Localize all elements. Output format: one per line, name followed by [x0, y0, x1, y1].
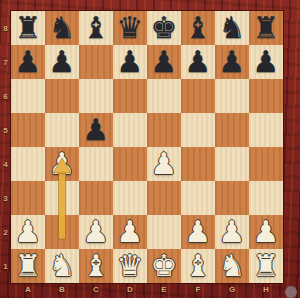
- piece-black-bishop[interactable]: ♝: [79, 11, 113, 45]
- square-b4[interactable]: ♟: [45, 147, 79, 181]
- rank-label-7: 7: [0, 45, 11, 79]
- square-d7[interactable]: ♟: [113, 45, 147, 79]
- piece-white-pawn[interactable]: ♟: [79, 215, 113, 249]
- corner-badge-icon: [285, 286, 297, 298]
- square-g3[interactable]: [215, 181, 249, 215]
- piece-black-pawn[interactable]: ♟: [249, 45, 283, 79]
- piece-white-pawn[interactable]: ♟: [45, 147, 79, 181]
- square-h3[interactable]: [249, 181, 283, 215]
- piece-white-pawn[interactable]: ♟: [113, 215, 147, 249]
- file-label-c: C: [79, 282, 113, 296]
- square-d4[interactable]: [113, 147, 147, 181]
- square-a4[interactable]: [11, 147, 45, 181]
- square-e1[interactable]: ♚: [147, 249, 181, 283]
- square-c1[interactable]: ♝: [79, 249, 113, 283]
- square-c6[interactable]: [79, 79, 113, 113]
- piece-white-bishop[interactable]: ♝: [181, 249, 215, 283]
- square-h8[interactable]: ♜: [249, 11, 283, 45]
- square-b7[interactable]: ♟: [45, 45, 79, 79]
- piece-black-king[interactable]: ♚: [147, 11, 181, 45]
- square-d3[interactable]: [113, 181, 147, 215]
- file-label-e: E: [147, 282, 181, 296]
- square-e8[interactable]: ♚: [147, 11, 181, 45]
- square-h7[interactable]: ♟: [249, 45, 283, 79]
- piece-white-bishop[interactable]: ♝: [79, 249, 113, 283]
- square-c4[interactable]: [79, 147, 113, 181]
- file-labels: ABCDEFGH: [11, 282, 283, 296]
- rank-labels: 87654321: [0, 11, 11, 283]
- square-c2[interactable]: ♟: [79, 215, 113, 249]
- piece-black-rook[interactable]: ♜: [11, 11, 45, 45]
- square-a3[interactable]: [11, 181, 45, 215]
- square-d6[interactable]: [113, 79, 147, 113]
- square-c8[interactable]: ♝: [79, 11, 113, 45]
- square-c5[interactable]: ♟: [79, 113, 113, 147]
- rank-label-2: 2: [0, 215, 11, 249]
- piece-black-pawn[interactable]: ♟: [11, 45, 45, 79]
- piece-black-pawn[interactable]: ♟: [113, 45, 147, 79]
- piece-white-knight[interactable]: ♞: [45, 249, 79, 283]
- piece-white-pawn[interactable]: ♟: [147, 147, 181, 181]
- piece-white-knight[interactable]: ♞: [215, 249, 249, 283]
- square-f8[interactable]: ♝: [181, 11, 215, 45]
- square-a7[interactable]: ♟: [11, 45, 45, 79]
- piece-white-queen[interactable]: ♛: [113, 249, 147, 283]
- square-d5[interactable]: [113, 113, 147, 147]
- piece-black-bishop[interactable]: ♝: [181, 11, 215, 45]
- piece-white-rook[interactable]: ♜: [249, 249, 283, 283]
- square-g7[interactable]: ♟: [215, 45, 249, 79]
- square-d2[interactable]: ♟: [113, 215, 147, 249]
- square-f1[interactable]: ♝: [181, 249, 215, 283]
- square-f4[interactable]: [181, 147, 215, 181]
- square-e6[interactable]: [147, 79, 181, 113]
- piece-black-pawn[interactable]: ♟: [79, 113, 113, 147]
- piece-black-knight[interactable]: ♞: [45, 11, 79, 45]
- rank-label-6: 6: [0, 79, 11, 113]
- square-b8[interactable]: ♞: [45, 11, 79, 45]
- square-a5[interactable]: [11, 113, 45, 147]
- square-f7[interactable]: ♟: [181, 45, 215, 79]
- piece-white-king[interactable]: ♚: [147, 249, 181, 283]
- square-g4[interactable]: [215, 147, 249, 181]
- rank-label-8: 8: [0, 11, 11, 45]
- square-f2[interactable]: ♟: [181, 215, 215, 249]
- square-a1[interactable]: ♜: [11, 249, 45, 283]
- square-e7[interactable]: ♟: [147, 45, 181, 79]
- square-b1[interactable]: ♞: [45, 249, 79, 283]
- square-h6[interactable]: [249, 79, 283, 113]
- square-f5[interactable]: [181, 113, 215, 147]
- square-e3[interactable]: [147, 181, 181, 215]
- square-f6[interactable]: [181, 79, 215, 113]
- square-a8[interactable]: ♜: [11, 11, 45, 45]
- rank-label-3: 3: [0, 181, 11, 215]
- file-label-f: F: [181, 282, 215, 296]
- file-label-a: A: [11, 282, 45, 296]
- square-h2[interactable]: ♟: [249, 215, 283, 249]
- piece-black-pawn[interactable]: ♟: [147, 45, 181, 79]
- square-e5[interactable]: [147, 113, 181, 147]
- file-label-g: G: [215, 282, 249, 296]
- square-a2[interactable]: ♟: [11, 215, 45, 249]
- square-d1[interactable]: ♛: [113, 249, 147, 283]
- square-g6[interactable]: [215, 79, 249, 113]
- square-h4[interactable]: [249, 147, 283, 181]
- piece-white-pawn[interactable]: ♟: [215, 215, 249, 249]
- square-g1[interactable]: ♞: [215, 249, 249, 283]
- piece-white-rook[interactable]: ♜: [11, 249, 45, 283]
- piece-black-knight[interactable]: ♞: [215, 11, 249, 45]
- square-b5[interactable]: [45, 113, 79, 147]
- piece-white-pawn[interactable]: ♟: [11, 215, 45, 249]
- square-a6[interactable]: [11, 79, 45, 113]
- square-c7[interactable]: [79, 45, 113, 79]
- piece-white-pawn[interactable]: ♟: [181, 215, 215, 249]
- square-b3[interactable]: [45, 181, 79, 215]
- piece-black-pawn[interactable]: ♟: [181, 45, 215, 79]
- square-b6[interactable]: [45, 79, 79, 113]
- rank-label-1: 1: [0, 249, 11, 283]
- square-h1[interactable]: ♜: [249, 249, 283, 283]
- square-d8[interactable]: ♛: [113, 11, 147, 45]
- rank-label-4: 4: [0, 147, 11, 181]
- rank-label-5: 5: [0, 113, 11, 147]
- piece-black-queen[interactable]: ♛: [113, 11, 147, 45]
- square-h5[interactable]: [249, 113, 283, 147]
- piece-white-pawn[interactable]: ♟: [249, 215, 283, 249]
- chess-board-frame: 87654321 ♜♞♝♛♚♝♞♜♟♟♟♟♟♟♟♟♟♟♟♟♟♟♟♟♜♞♝♛♚♝♞…: [0, 0, 300, 298]
- piece-black-pawn[interactable]: ♟: [45, 45, 79, 79]
- square-c3[interactable]: [79, 181, 113, 215]
- square-f3[interactable]: [181, 181, 215, 215]
- square-b2[interactable]: [45, 215, 79, 249]
- piece-black-pawn[interactable]: ♟: [215, 45, 249, 79]
- square-g2[interactable]: ♟: [215, 215, 249, 249]
- chess-board[interactable]: ♜♞♝♛♚♝♞♜♟♟♟♟♟♟♟♟♟♟♟♟♟♟♟♟♜♞♝♛♚♝♞♜: [11, 11, 283, 283]
- square-g8[interactable]: ♞: [215, 11, 249, 45]
- file-label-d: D: [113, 282, 147, 296]
- square-e4[interactable]: ♟: [147, 147, 181, 181]
- file-label-h: H: [249, 282, 283, 296]
- square-g5[interactable]: [215, 113, 249, 147]
- file-label-b: B: [45, 282, 79, 296]
- square-e2[interactable]: [147, 215, 181, 249]
- piece-black-rook[interactable]: ♜: [249, 11, 283, 45]
